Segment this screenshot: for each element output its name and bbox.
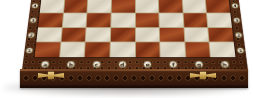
chess-box-photo: 4321 4321 abcdefgh [0, 0, 253, 98]
square-g3 [183, 13, 207, 27]
rank-medallion-3: 3 [233, 17, 241, 23]
square-e1 [135, 43, 159, 58]
square-d1 [110, 43, 134, 58]
chess-board-top: 4321 4321 abcdefgh [22, 0, 248, 70]
file-medallion-h: h [220, 60, 230, 68]
square-c3 [87, 13, 111, 27]
square-c2 [86, 28, 110, 42]
square-e2 [135, 28, 159, 42]
square-a3 [38, 13, 63, 27]
file-labels-front: abcdefgh [32, 59, 238, 69]
square-b3 [62, 13, 86, 27]
file-medallion-f: f [169, 60, 178, 68]
square-b2 [61, 28, 86, 42]
square-g4 [183, 0, 207, 12]
rank-medallion-1: 1 [25, 47, 34, 54]
square-h3 [207, 13, 232, 27]
square-d4 [112, 0, 135, 12]
square-f3 [159, 13, 183, 27]
square-h1 [210, 43, 236, 58]
square-h4 [206, 0, 230, 12]
rank-medallion-2: 2 [27, 32, 35, 38]
rank-medallion-1: 1 [236, 47, 245, 54]
file-medallion-d: d [118, 60, 127, 68]
board-grid [33, 0, 236, 58]
rank-medallion-2: 2 [234, 32, 242, 38]
file-medallion-a: a [41, 60, 51, 68]
square-f1 [160, 43, 185, 58]
square-a4 [40, 0, 64, 12]
square-f4 [159, 0, 182, 12]
square-g2 [184, 28, 209, 42]
rank-medallion-4: 4 [31, 3, 39, 9]
square-d2 [111, 28, 135, 42]
square-a2 [36, 28, 61, 42]
square-f2 [160, 28, 184, 42]
square-c1 [85, 43, 110, 58]
file-medallion-c: c [92, 60, 101, 68]
square-b4 [64, 0, 88, 12]
file-medallion-e: e [143, 60, 152, 68]
box-front-face [20, 69, 248, 88]
square-b1 [60, 43, 85, 58]
square-e3 [135, 13, 158, 27]
rank-medallion-4: 4 [231, 3, 239, 9]
square-e4 [135, 0, 158, 12]
file-medallion-g: g [194, 60, 204, 68]
square-c4 [88, 0, 111, 12]
square-g1 [185, 43, 210, 58]
rank-medallion-3: 3 [29, 17, 37, 23]
square-h2 [209, 28, 234, 42]
square-d3 [111, 13, 134, 27]
file-medallion-b: b [66, 60, 76, 68]
square-a1 [35, 43, 61, 58]
